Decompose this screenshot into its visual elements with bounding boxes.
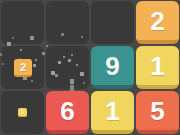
merge-particle	[42, 52, 45, 55]
tile-2-merging[interactable]: 2	[14, 59, 32, 77]
merge-particle	[80, 72, 84, 76]
tile-1[interactable]: 1	[91, 91, 134, 134]
tile-5[interactable]: 5	[136, 91, 179, 134]
merge-particle	[31, 80, 33, 82]
merge-particle	[70, 79, 74, 84]
tile-9[interactable]: 9	[91, 46, 134, 89]
game-board[interactable]: 22911615	[0, 0, 180, 135]
tile-1-spawning[interactable]: 1	[18, 108, 27, 117]
merge-particle	[46, 45, 48, 47]
merge-particle	[55, 74, 58, 77]
tile-2[interactable]: 2	[136, 1, 179, 44]
merge-particle	[58, 61, 61, 64]
merge-particle	[61, 33, 64, 36]
tile-6[interactable]: 6	[46, 91, 89, 134]
board-cell	[1, 1, 44, 44]
merge-particle	[20, 49, 22, 51]
merge-particle	[33, 64, 36, 67]
merge-particle	[63, 56, 65, 58]
merge-particle	[12, 37, 14, 39]
tile-1[interactable]: 1	[136, 46, 179, 89]
merge-particle	[2, 63, 4, 65]
merge-particle	[68, 59, 71, 62]
board-cell	[91, 1, 134, 44]
merge-particle	[30, 36, 34, 40]
merge-particle	[35, 59, 37, 61]
merge-particle	[71, 54, 73, 56]
merge-particle	[7, 42, 11, 46]
merge-particle	[81, 36, 83, 38]
merge-particle	[0, 53, 2, 56]
merge-particle	[83, 82, 85, 84]
merge-particle	[76, 64, 78, 66]
